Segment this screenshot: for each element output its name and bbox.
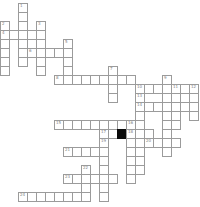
clue-number: 6 xyxy=(29,49,32,53)
clue-number: 4 xyxy=(2,31,5,35)
crossword-cell[interactable] xyxy=(171,120,181,130)
crossword-cell[interactable] xyxy=(0,66,10,76)
clue-number: 19 xyxy=(101,139,106,143)
clue-number: 16 xyxy=(128,121,133,125)
clue-number: 5 xyxy=(65,40,68,44)
clue-number: 15 xyxy=(56,121,61,125)
crossword-cell[interactable] xyxy=(108,93,118,103)
clue-number: 23 xyxy=(65,175,70,179)
crossword-cell[interactable] xyxy=(162,147,172,157)
clue-number: 13 xyxy=(137,94,142,98)
clue-number: 18 xyxy=(128,130,133,134)
clue-number: 2 xyxy=(2,22,5,26)
clue-number: 7 xyxy=(110,67,113,71)
clue-number: 24 xyxy=(20,193,25,197)
clue-number: 12 xyxy=(191,85,196,89)
clue-number: 21 xyxy=(65,148,70,152)
crossword-board: 123456789101112131415161718192021222324 xyxy=(0,0,200,204)
crossword-cell[interactable] xyxy=(99,192,109,202)
crossword-cell[interactable] xyxy=(36,66,46,76)
crossword-cell[interactable] xyxy=(108,174,118,184)
clue-number: 3 xyxy=(38,22,41,26)
clue-number: 10 xyxy=(137,85,142,89)
clue-number: 20 xyxy=(146,139,151,143)
clue-number: 17 xyxy=(101,130,106,134)
crossword-cell[interactable] xyxy=(81,192,91,202)
clue-number: 8 xyxy=(56,76,59,80)
crossword-cell[interactable] xyxy=(135,165,145,175)
crossword-cell[interactable] xyxy=(171,138,181,148)
clue-number: 22 xyxy=(83,166,88,170)
clue-number: 14 xyxy=(137,103,142,107)
clue-number: 11 xyxy=(173,85,178,89)
clue-number: 1 xyxy=(20,4,23,8)
crossword-cell[interactable] xyxy=(189,111,199,121)
clue-number: 9 xyxy=(164,76,167,80)
crossword-cell[interactable] xyxy=(126,174,136,184)
crossword-cell[interactable] xyxy=(18,57,28,67)
